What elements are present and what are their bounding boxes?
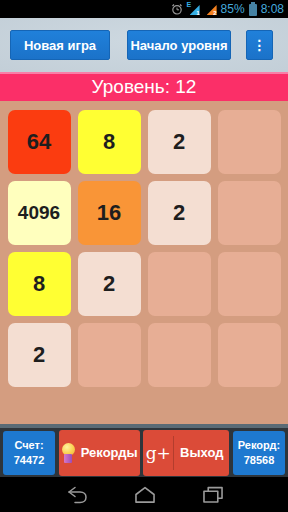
tile-r2c1: 2 (78, 252, 141, 316)
home-icon (133, 486, 157, 503)
level-label: Уровень: 12 (0, 74, 288, 100)
record-value: 78568 (233, 453, 285, 467)
tile-grid: 64 8 2 4096 16 2 8 2 2 (8, 110, 281, 387)
level-start-button[interactable]: Начало уровня (127, 30, 231, 60)
new-game-button[interactable]: Новая игра (10, 30, 110, 60)
battery-nub (251, 2, 255, 4)
sim2-number: 2 (213, 10, 216, 16)
android-nav-bar (0, 477, 288, 512)
tile-r3c2 (148, 323, 211, 387)
tile-r3c1 (78, 323, 141, 387)
tile-r1c2: 2 (148, 181, 211, 245)
toolbar: Новая игра Начало уровня ⋮ (0, 18, 288, 72)
tile-r2c3 (218, 252, 281, 316)
signal-sim1-icon: E 1 (187, 2, 200, 16)
nav-back-button[interactable] (63, 486, 89, 504)
battery-icon (249, 4, 257, 16)
score-value: 74472 (3, 453, 55, 467)
tile-r0c2: 2 (148, 110, 211, 174)
google-plus-icon: g+ (143, 443, 173, 463)
records-label: Рекорды (81, 445, 138, 460)
tile-r1c1: 16 (78, 181, 141, 245)
sim1-number: 1 (196, 10, 199, 16)
signal-sim2-icon: 2 (204, 2, 217, 16)
nav-home-button[interactable] (133, 486, 157, 503)
medal-ribbon (64, 454, 72, 463)
recents-icon (201, 486, 225, 503)
tile-r3c0: 2 (8, 323, 71, 387)
back-icon (63, 486, 89, 504)
nav-recents-button[interactable] (201, 486, 225, 503)
tile-r1c3 (218, 181, 281, 245)
network-type-label: E (187, 1, 192, 8)
record-button[interactable]: Рекорд: 78568 (233, 431, 285, 475)
game-board[interactable]: 64 8 2 4096 16 2 8 2 2 (0, 101, 288, 424)
tile-r0c0: 64 (8, 110, 71, 174)
tile-r0c3 (218, 110, 281, 174)
alarm-icon (171, 3, 183, 15)
battery-percent: 85% (221, 0, 245, 18)
status-bar: E 1 2 85% 8:08 (0, 0, 288, 18)
exit-label: Выход (174, 445, 229, 460)
phone-screen: E 1 2 85% 8:08 Новая игра Начало уровня … (0, 0, 288, 512)
score-button[interactable]: Счет: 74472 (3, 431, 55, 475)
gplus-exit-button[interactable]: g+ Выход (143, 430, 229, 476)
clock: 8:08 (261, 0, 284, 18)
records-button[interactable]: Рекорды (59, 430, 140, 476)
record-label: Рекорд: (233, 438, 285, 452)
tile-r2c2 (148, 252, 211, 316)
tile-r0c1: 8 (78, 110, 141, 174)
overflow-menu-button[interactable]: ⋮ (246, 30, 273, 60)
score-label: Счет: (3, 438, 55, 452)
medal-icon (61, 443, 76, 463)
level-banner: Уровень: 12 (0, 72, 288, 101)
tile-r3c3 (218, 323, 281, 387)
tile-r2c0: 8 (8, 252, 71, 316)
bottom-bar: Счет: 74472 Рекорды g+ Выход Рекорд: 785… (0, 428, 288, 477)
tile-r1c0: 4096 (8, 181, 71, 245)
